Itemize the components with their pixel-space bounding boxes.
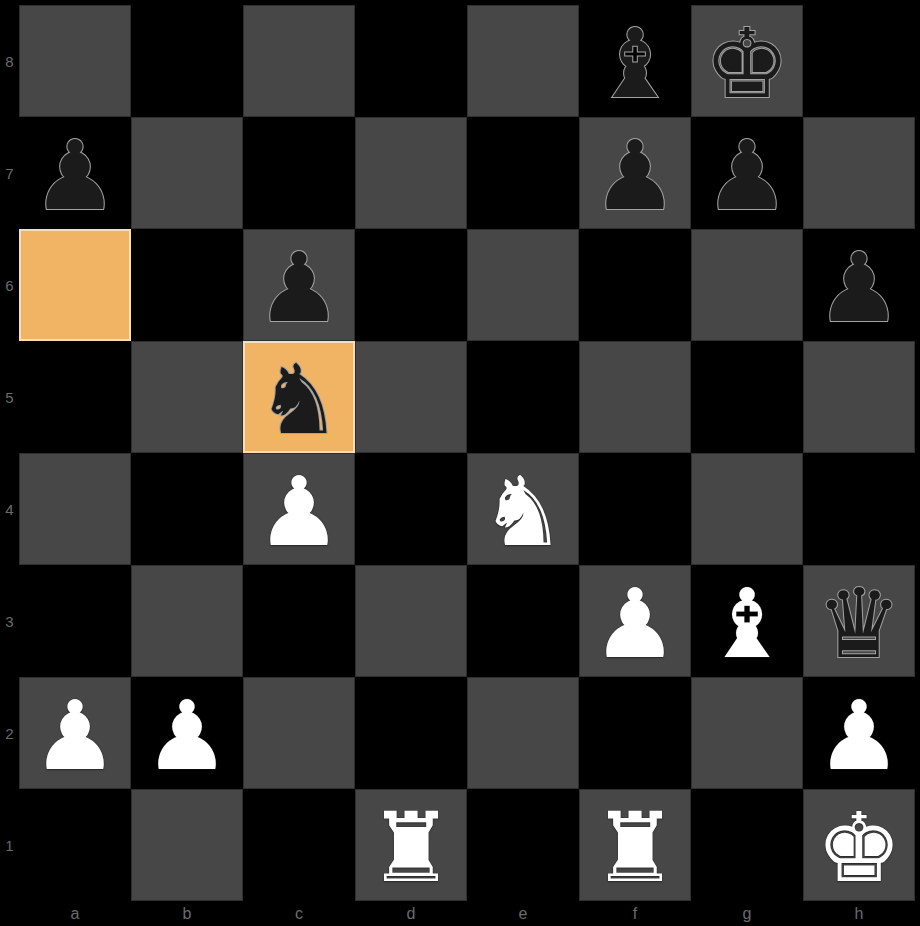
square-d4[interactable] (355, 453, 467, 565)
square-g6[interactable] (691, 229, 803, 341)
square-f2[interactable] (579, 677, 691, 789)
square-c4[interactable]: ♟ (243, 453, 355, 565)
square-c3[interactable] (243, 565, 355, 677)
black-bishop[interactable]: ♝ (592, 16, 678, 112)
square-f1[interactable]: ♜ (579, 789, 691, 901)
square-h5[interactable] (803, 341, 915, 453)
square-h3[interactable]: ♛ (803, 565, 915, 677)
square-g4[interactable] (691, 453, 803, 565)
black-knight[interactable]: ♞ (256, 352, 342, 448)
square-d2[interactable] (355, 677, 467, 789)
file-label-d: d (355, 901, 467, 926)
square-c6[interactable]: ♟ (243, 229, 355, 341)
square-e6[interactable] (467, 229, 579, 341)
square-a3[interactable] (19, 565, 131, 677)
square-a5[interactable] (19, 341, 131, 453)
square-a6[interactable] (19, 229, 131, 341)
rank-label-1: 1 (0, 789, 19, 901)
square-h6[interactable]: ♟ (803, 229, 915, 341)
square-h8[interactable] (803, 5, 915, 117)
square-e8[interactable] (467, 5, 579, 117)
square-b4[interactable] (131, 453, 243, 565)
black-pawn[interactable]: ♟ (704, 128, 790, 224)
square-c8[interactable] (243, 5, 355, 117)
rank-label-4: 4 (0, 453, 19, 565)
square-d7[interactable] (355, 117, 467, 229)
file-label-g: g (691, 901, 803, 926)
square-c5[interactable]: ♞ (243, 341, 355, 453)
square-e4[interactable]: ♞ (467, 453, 579, 565)
square-a1[interactable] (19, 789, 131, 901)
rank-labels: 87654321 (0, 5, 19, 901)
black-pawn[interactable]: ♟ (816, 240, 902, 336)
square-a2[interactable]: ♟ (19, 677, 131, 789)
square-b8[interactable] (131, 5, 243, 117)
white-pawn[interactable]: ♟ (144, 688, 230, 784)
square-f8[interactable]: ♝ (579, 5, 691, 117)
white-pawn[interactable]: ♟ (816, 688, 902, 784)
square-f3[interactable]: ♟ (579, 565, 691, 677)
black-queen[interactable]: ♛ (816, 576, 902, 672)
white-bishop[interactable]: ♝ (704, 576, 790, 672)
file-labels: abcdefgh (19, 901, 915, 926)
square-h1[interactable]: ♚ (803, 789, 915, 901)
file-label-a: a (19, 901, 131, 926)
square-b6[interactable] (131, 229, 243, 341)
square-f5[interactable] (579, 341, 691, 453)
rank-label-5: 5 (0, 341, 19, 453)
file-label-f: f (579, 901, 691, 926)
square-c2[interactable] (243, 677, 355, 789)
file-label-h: h (803, 901, 915, 926)
white-pawn[interactable]: ♟ (256, 464, 342, 560)
square-b3[interactable] (131, 565, 243, 677)
square-f7[interactable]: ♟ (579, 117, 691, 229)
white-knight[interactable]: ♞ (480, 464, 566, 560)
square-d1[interactable]: ♜ (355, 789, 467, 901)
black-pawn[interactable]: ♟ (32, 128, 118, 224)
black-pawn[interactable]: ♟ (592, 128, 678, 224)
chess-board-container: 87654321 ♝♚♟♟♟♟♟♞♟♞♟♝♛♟♟♟♜♜♚ abcdefgh (0, 0, 920, 926)
square-c1[interactable] (243, 789, 355, 901)
square-f6[interactable] (579, 229, 691, 341)
white-rook[interactable]: ♜ (592, 800, 678, 896)
square-a7[interactable]: ♟ (19, 117, 131, 229)
square-e5[interactable] (467, 341, 579, 453)
black-pawn[interactable]: ♟ (256, 240, 342, 336)
square-h2[interactable]: ♟ (803, 677, 915, 789)
square-f4[interactable] (579, 453, 691, 565)
square-d6[interactable] (355, 229, 467, 341)
square-g5[interactable] (691, 341, 803, 453)
square-e2[interactable] (467, 677, 579, 789)
square-g3[interactable]: ♝ (691, 565, 803, 677)
square-a8[interactable] (19, 5, 131, 117)
square-c7[interactable] (243, 117, 355, 229)
square-h7[interactable] (803, 117, 915, 229)
black-king[interactable]: ♚ (704, 16, 790, 112)
rank-label-3: 3 (0, 565, 19, 677)
square-d8[interactable] (355, 5, 467, 117)
rank-label-6: 6 (0, 229, 19, 341)
square-g7[interactable]: ♟ (691, 117, 803, 229)
chess-board: ♝♚♟♟♟♟♟♞♟♞♟♝♛♟♟♟♜♜♚ (19, 5, 915, 901)
file-label-b: b (131, 901, 243, 926)
file-label-e: e (467, 901, 579, 926)
white-pawn[interactable]: ♟ (32, 688, 118, 784)
square-e3[interactable] (467, 565, 579, 677)
square-d3[interactable] (355, 565, 467, 677)
white-king[interactable]: ♚ (816, 800, 902, 896)
rank-label-2: 2 (0, 677, 19, 789)
rank-label-7: 7 (0, 117, 19, 229)
square-h4[interactable] (803, 453, 915, 565)
square-b7[interactable] (131, 117, 243, 229)
rank-label-8: 8 (0, 5, 19, 117)
square-g2[interactable] (691, 677, 803, 789)
square-e1[interactable] (467, 789, 579, 901)
file-label-c: c (243, 901, 355, 926)
square-b1[interactable] (131, 789, 243, 901)
square-e7[interactable] (467, 117, 579, 229)
square-d5[interactable] (355, 341, 467, 453)
square-b2[interactable]: ♟ (131, 677, 243, 789)
white-rook[interactable]: ♜ (368, 800, 454, 896)
square-a4[interactable] (19, 453, 131, 565)
square-g8[interactable]: ♚ (691, 5, 803, 117)
square-g1[interactable] (691, 789, 803, 901)
square-b5[interactable] (131, 341, 243, 453)
white-pawn[interactable]: ♟ (592, 576, 678, 672)
